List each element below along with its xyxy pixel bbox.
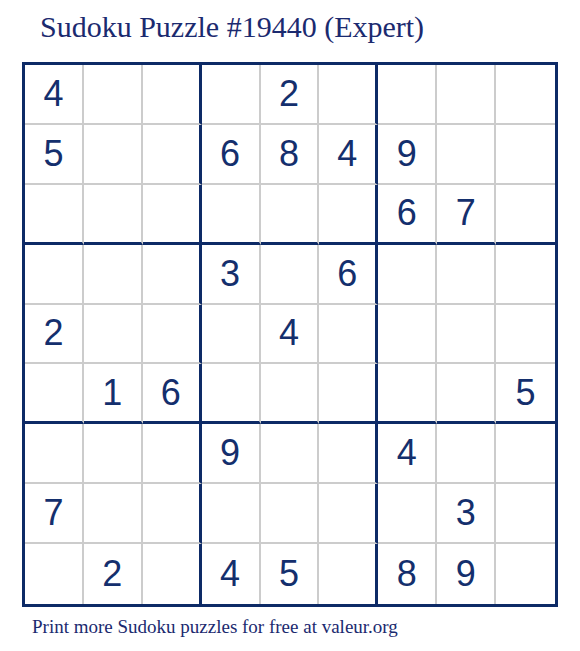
cell-r1c6 (319, 65, 378, 125)
cell-r4c9 (496, 245, 555, 305)
cell-r1c8 (437, 65, 496, 125)
cell-r7c3 (143, 424, 202, 484)
cell-r3c3 (143, 185, 202, 245)
cell-r1c1: 4 (25, 65, 84, 125)
cell-r2c1: 5 (25, 125, 84, 185)
cell-r3c8: 7 (437, 185, 496, 245)
cell-r7c4: 9 (202, 424, 261, 484)
cell-r2c4: 6 (202, 125, 261, 185)
footer-text: Print more Sudoku puzzles for free at va… (32, 616, 398, 638)
cell-r5c2 (84, 305, 143, 365)
cell-r3c5 (261, 185, 320, 245)
cell-r5c5: 4 (261, 305, 320, 365)
cell-r5c7 (378, 305, 437, 365)
cell-r6c4 (202, 364, 261, 424)
cell-r7c9 (496, 424, 555, 484)
page-title: Sudoku Puzzle #19440 (Expert) (40, 10, 424, 44)
cell-r7c2 (84, 424, 143, 484)
cell-r7c6 (319, 424, 378, 484)
cell-r1c3 (143, 65, 202, 125)
cell-r8c5 (261, 484, 320, 544)
cell-r4c8 (437, 245, 496, 305)
cell-r4c4: 3 (202, 245, 261, 305)
cell-r6c7 (378, 364, 437, 424)
cell-r9c6 (319, 544, 378, 604)
cell-r9c5: 5 (261, 544, 320, 604)
cell-r2c9 (496, 125, 555, 185)
cell-r6c9: 5 (496, 364, 555, 424)
cell-r3c6 (319, 185, 378, 245)
cell-r6c5 (261, 364, 320, 424)
cell-r4c1 (25, 245, 84, 305)
cell-r8c4 (202, 484, 261, 544)
cell-r8c1: 7 (25, 484, 84, 544)
cell-r2c6: 4 (319, 125, 378, 185)
cell-r7c5 (261, 424, 320, 484)
cell-r7c7: 4 (378, 424, 437, 484)
cell-r4c5 (261, 245, 320, 305)
cell-r1c7 (378, 65, 437, 125)
cell-r8c6 (319, 484, 378, 544)
cell-r5c1: 2 (25, 305, 84, 365)
cell-r7c8 (437, 424, 496, 484)
cell-r2c3 (143, 125, 202, 185)
cell-r6c2: 1 (84, 364, 143, 424)
cell-r8c7 (378, 484, 437, 544)
cell-r2c5: 8 (261, 125, 320, 185)
cell-r5c4 (202, 305, 261, 365)
cell-r4c7 (378, 245, 437, 305)
cell-r2c8 (437, 125, 496, 185)
cell-r7c1 (25, 424, 84, 484)
cell-r6c8 (437, 364, 496, 424)
cell-r8c8: 3 (437, 484, 496, 544)
cell-r3c2 (84, 185, 143, 245)
cell-r4c6: 6 (319, 245, 378, 305)
cell-r1c2 (84, 65, 143, 125)
cell-r8c3 (143, 484, 202, 544)
cell-r5c3 (143, 305, 202, 365)
cell-r3c4 (202, 185, 261, 245)
cell-r2c2 (84, 125, 143, 185)
cell-r8c9 (496, 484, 555, 544)
cell-r9c4: 4 (202, 544, 261, 604)
cell-r9c7: 8 (378, 544, 437, 604)
cell-r5c6 (319, 305, 378, 365)
cell-r9c9 (496, 544, 555, 604)
cell-r9c3 (143, 544, 202, 604)
cell-r9c2: 2 (84, 544, 143, 604)
cell-r6c1 (25, 364, 84, 424)
cell-r1c4 (202, 65, 261, 125)
cell-r9c8: 9 (437, 544, 496, 604)
cell-r3c9 (496, 185, 555, 245)
cell-r9c1 (25, 544, 84, 604)
cell-r3c7: 6 (378, 185, 437, 245)
cell-r5c9 (496, 305, 555, 365)
cell-r4c2 (84, 245, 143, 305)
cell-r8c2 (84, 484, 143, 544)
cell-r2c7: 9 (378, 125, 437, 185)
cell-r6c6 (319, 364, 378, 424)
cell-r6c3: 6 (143, 364, 202, 424)
sudoku-board: 4256849673624165947324589 (22, 62, 558, 607)
cell-r1c5: 2 (261, 65, 320, 125)
cell-r5c8 (437, 305, 496, 365)
cell-r4c3 (143, 245, 202, 305)
cell-r3c1 (25, 185, 84, 245)
cell-r1c9 (496, 65, 555, 125)
